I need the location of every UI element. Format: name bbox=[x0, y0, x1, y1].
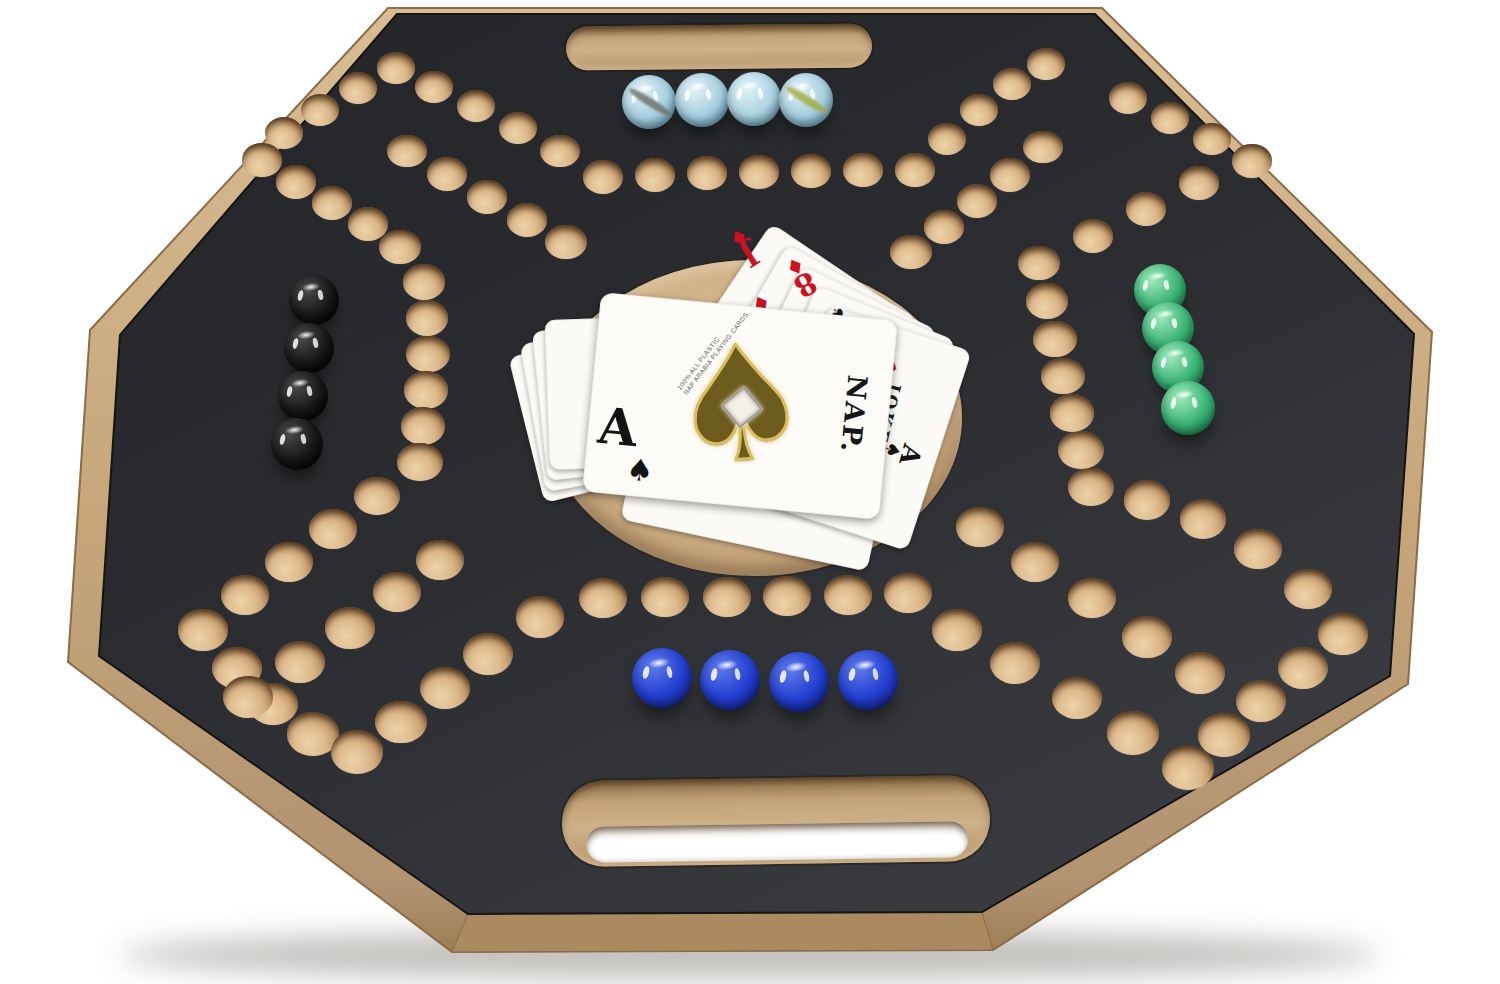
track-hole[interactable] bbox=[1109, 82, 1147, 114]
track-hole[interactable] bbox=[309, 509, 356, 549]
board-game-photo: J♦8♦3♠A♦A♠♦♦♠♠JOKER♠A♠NAP.100% ALL PLAST… bbox=[0, 0, 1500, 984]
marble-highlight bbox=[1150, 317, 1158, 329]
track-hole[interactable] bbox=[397, 443, 443, 481]
track-hole[interactable] bbox=[276, 165, 316, 198]
track-hole[interactable] bbox=[375, 701, 426, 744]
track-hole[interactable] bbox=[1068, 468, 1114, 507]
track-hole[interactable] bbox=[416, 540, 464, 580]
track-hole[interactable] bbox=[467, 180, 507, 214]
track-hole[interactable] bbox=[1041, 358, 1085, 395]
track-hole[interactable] bbox=[1162, 746, 1214, 790]
track-hole[interactable] bbox=[457, 90, 495, 122]
marble-highlight bbox=[872, 668, 880, 681]
marble-highlight bbox=[297, 290, 305, 302]
marble-highlight bbox=[735, 88, 743, 101]
marble-highlight bbox=[279, 433, 287, 445]
track-hole[interactable] bbox=[1058, 431, 1103, 469]
track-hole[interactable] bbox=[339, 72, 377, 104]
track-hole[interactable] bbox=[325, 607, 374, 648]
marble-bottom-blue[interactable] bbox=[769, 652, 829, 712]
marble-highlight bbox=[1169, 397, 1177, 410]
marble-highlight bbox=[1191, 397, 1198, 409]
track-hole[interactable] bbox=[301, 94, 339, 126]
track-hole[interactable] bbox=[1026, 283, 1068, 319]
track-hole[interactable] bbox=[377, 52, 414, 83]
track-hole[interactable] bbox=[312, 186, 352, 220]
track-hole[interactable] bbox=[406, 300, 449, 336]
track-hole[interactable] bbox=[507, 203, 548, 237]
marble-highlight bbox=[757, 88, 764, 100]
track-hole[interactable] bbox=[1198, 713, 1249, 756]
carry-handle-bottom bbox=[561, 775, 990, 867]
track-hole[interactable] bbox=[1122, 616, 1171, 657]
track-hole[interactable] bbox=[1107, 711, 1158, 754]
track-hole[interactable] bbox=[1179, 166, 1219, 199]
track-hole[interactable] bbox=[404, 371, 448, 408]
track-hole[interactable] bbox=[1232, 144, 1271, 177]
track-hole[interactable] bbox=[1018, 246, 1060, 281]
track-hole[interactable] bbox=[1023, 131, 1062, 164]
board-bottom-side-face bbox=[452, 912, 993, 952]
track-hole[interactable] bbox=[960, 94, 998, 126]
track-hole[interactable] bbox=[687, 156, 727, 189]
track-hole[interactable] bbox=[993, 68, 1031, 100]
track-hole[interactable] bbox=[924, 210, 965, 244]
marble-highlight bbox=[1171, 317, 1178, 328]
marble-highlight bbox=[847, 667, 856, 681]
track-hole[interactable] bbox=[1033, 321, 1076, 357]
track-hole[interactable] bbox=[540, 135, 579, 168]
marble-top-light-blue[interactable] bbox=[727, 72, 781, 126]
track-hole[interactable] bbox=[265, 542, 313, 582]
track-hole[interactable] bbox=[379, 230, 420, 265]
track-hole[interactable] bbox=[178, 609, 227, 650]
spade-pip-icon: ♠ bbox=[625, 451, 655, 488]
track-hole[interactable] bbox=[635, 158, 675, 191]
track-hole[interactable] bbox=[406, 336, 449, 372]
marble-left-black[interactable] bbox=[271, 418, 323, 470]
marble-highlight bbox=[1160, 356, 1168, 368]
track-hole[interactable] bbox=[275, 641, 325, 683]
marble-bottom-blue[interactable] bbox=[632, 648, 692, 708]
track-hole[interactable] bbox=[791, 154, 831, 187]
marble-left-black[interactable] bbox=[289, 275, 339, 325]
marble-right-green[interactable] bbox=[1161, 381, 1215, 435]
marble-highlight bbox=[641, 665, 650, 679]
marble-left-black[interactable] bbox=[278, 371, 328, 421]
track-hole[interactable] bbox=[956, 507, 1003, 547]
track-hole[interactable] bbox=[583, 160, 623, 193]
carry-handle-top bbox=[566, 23, 872, 70]
marble-highlight bbox=[1181, 356, 1188, 367]
track-hole[interactable] bbox=[403, 264, 445, 299]
track-hole[interactable] bbox=[427, 157, 467, 190]
track-hole[interactable] bbox=[895, 153, 935, 186]
track-hole[interactable] bbox=[1284, 569, 1332, 610]
marble-highlight bbox=[292, 338, 300, 350]
track-hole[interactable] bbox=[932, 609, 981, 650]
track-hole[interactable] bbox=[1124, 480, 1171, 519]
marble-highlight bbox=[683, 89, 691, 102]
marble-highlight bbox=[286, 386, 294, 398]
marble-highlight bbox=[666, 666, 674, 679]
marble-highlight bbox=[1163, 279, 1170, 290]
marble-bottom-blue[interactable] bbox=[700, 650, 760, 710]
marble-highlight bbox=[317, 290, 323, 301]
track-hole[interactable] bbox=[843, 153, 883, 186]
marble-highlight bbox=[1142, 279, 1150, 291]
track-hole[interactable] bbox=[1011, 542, 1059, 582]
marble-highlight bbox=[778, 669, 787, 683]
track-hole[interactable] bbox=[1126, 192, 1166, 226]
track-hole[interactable] bbox=[420, 667, 470, 709]
handle-slot-cutout bbox=[586, 821, 968, 862]
marble-highlight bbox=[705, 89, 712, 101]
track-hole[interactable] bbox=[990, 642, 1040, 684]
track-hole[interactable] bbox=[545, 225, 586, 260]
marble-highlight bbox=[306, 386, 312, 397]
marble-highlight bbox=[734, 668, 742, 681]
track-hole[interactable] bbox=[415, 71, 453, 103]
track-hole[interactable] bbox=[1234, 529, 1282, 569]
track-hole[interactable] bbox=[1175, 652, 1225, 694]
ace-of-spades-card[interactable]: ♠A♠NAP.100% ALL PLASTICNAP ARABIA PLAYIN… bbox=[582, 292, 898, 520]
track-hole[interactable] bbox=[890, 235, 931, 270]
marble-top-light-blue[interactable] bbox=[622, 75, 676, 129]
track-hole[interactable] bbox=[1318, 613, 1367, 654]
track-hole[interactable] bbox=[1278, 647, 1328, 689]
track-hole[interactable] bbox=[387, 135, 426, 168]
track-hole[interactable] bbox=[463, 633, 513, 675]
marble-top-light-blue[interactable] bbox=[675, 73, 729, 127]
marble-left-black[interactable] bbox=[284, 323, 334, 373]
ace-rank-label: A bbox=[596, 405, 639, 451]
marble-top-light-blue[interactable] bbox=[779, 73, 833, 127]
marble-bottom-blue[interactable] bbox=[838, 650, 898, 710]
track-hole[interactable] bbox=[1151, 102, 1189, 134]
track-hole[interactable] bbox=[516, 596, 565, 637]
track-hole[interactable] bbox=[1050, 394, 1095, 432]
track-hole[interactable] bbox=[331, 730, 383, 774]
track-hole[interactable] bbox=[990, 158, 1030, 191]
marble-highlight bbox=[709, 667, 718, 681]
track-hole[interactable] bbox=[1027, 48, 1064, 79]
track-hole[interactable] bbox=[401, 407, 446, 445]
track-hole[interactable] bbox=[957, 184, 997, 218]
marble-highlight bbox=[312, 338, 318, 349]
card-brand-label: NAP. bbox=[835, 374, 873, 455]
track-hole[interactable] bbox=[1180, 499, 1227, 538]
marble-highlight bbox=[803, 670, 811, 683]
marble-highlight bbox=[300, 433, 307, 444]
track-hole[interactable] bbox=[242, 143, 281, 176]
track-hole[interactable] bbox=[739, 155, 779, 188]
